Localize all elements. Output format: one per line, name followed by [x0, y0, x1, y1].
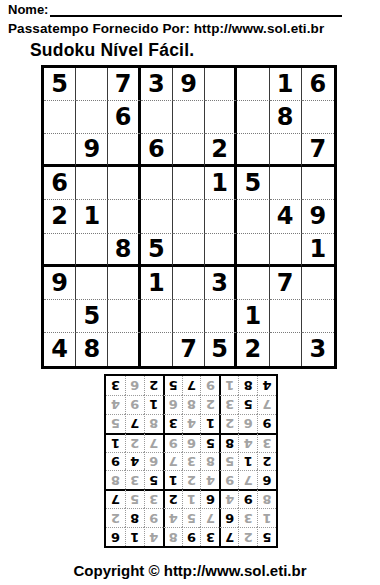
solution-cell-r3c8: 5	[125, 489, 144, 508]
solution-cell-r7c3: 2	[219, 414, 238, 433]
solution-cell-r9c1: 4	[257, 376, 276, 395]
cell-r3c7[interactable]	[237, 134, 269, 167]
cell-r8c3[interactable]	[108, 300, 140, 333]
cell-r3c6: 2	[205, 134, 237, 167]
solution-cell-r7c1: 9	[257, 414, 276, 433]
cell-r7c8: 7	[270, 267, 302, 300]
solution-cell-r2c9: 2	[106, 508, 125, 527]
cell-r7c3[interactable]	[108, 267, 140, 300]
solution-cell-r8c8: 9	[125, 395, 144, 414]
cell-r6c3: 8	[108, 234, 140, 267]
cell-r6c5[interactable]	[173, 234, 205, 267]
cell-r8c5[interactable]	[173, 300, 205, 333]
solution-cell-r5c3: 5	[219, 452, 238, 471]
cell-r6c7[interactable]	[237, 234, 269, 267]
cell-r5c4[interactable]	[141, 200, 173, 233]
cell-r5c3[interactable]	[108, 200, 140, 233]
solution-cell-r3c5: 1	[182, 489, 201, 508]
cell-r8c1[interactable]	[44, 300, 76, 333]
solution-cell-r8c4: 2	[200, 395, 219, 414]
cell-r2c5[interactable]	[173, 101, 205, 134]
solution-cell-r3c2: 9	[238, 489, 257, 508]
solution-cell-r5c6: 7	[163, 452, 182, 471]
cell-r3c9: 7	[302, 134, 334, 167]
solution-cell-r6c4: 5	[200, 433, 219, 452]
cell-r1c4: 3	[141, 68, 173, 101]
solution-cell-r9c5: 7	[182, 376, 201, 395]
cell-r4c1: 6	[44, 167, 76, 200]
name-label: Nome:	[8, 2, 48, 17]
cell-r6c2[interactable]	[76, 234, 108, 267]
solution-cell-r3c3: 4	[219, 489, 238, 508]
puzzle-grid: 5739166896276152149851913751487523	[41, 65, 337, 369]
sudoku-worksheet: Nome: Passatempo Fornecido Por: http://w…	[0, 0, 380, 585]
solution-cell-r5c5: 3	[182, 452, 201, 471]
solution-cell-r6c8: 2	[125, 433, 144, 452]
cell-r9c8[interactable]	[270, 333, 302, 366]
cell-r9c2: 8	[76, 333, 108, 366]
solution-cell-r5c1: 2	[257, 452, 276, 471]
solution-cell-r7c9: 5	[106, 414, 125, 433]
cell-r2c9[interactable]	[302, 101, 334, 134]
solution-cell-r9c7: 2	[144, 376, 163, 395]
solution-cell-r8c7: 1	[144, 395, 163, 414]
cell-r1c3: 7	[108, 68, 140, 101]
solution-cell-r8c5: 8	[182, 395, 201, 414]
cell-r6c8[interactable]	[270, 234, 302, 267]
cell-r7c7[interactable]	[237, 267, 269, 300]
solution-cell-r9c2: 8	[238, 376, 257, 395]
solution-cell-r4c2: 7	[238, 470, 257, 489]
solution-cell-r2c2: 3	[238, 508, 257, 527]
cell-r1c8: 1	[270, 68, 302, 101]
provider-line: Passatempo Fornecido Por: http://www.sol…	[8, 21, 378, 36]
solution-cell-r2c4: 7	[200, 508, 219, 527]
solution-cell-r8c9: 4	[106, 395, 125, 414]
cell-r9c4[interactable]	[141, 333, 173, 366]
solution-cell-r4c4: 4	[200, 470, 219, 489]
cell-r7c4: 1	[141, 267, 173, 300]
solution-cell-r7c7: 8	[144, 414, 163, 433]
solution-cell-r4c8: 3	[125, 470, 144, 489]
cell-r1c6[interactable]	[205, 68, 237, 101]
solution-cell-r7c2: 6	[238, 414, 257, 433]
cell-r6c6[interactable]	[205, 234, 237, 267]
cell-r3c3[interactable]	[108, 134, 140, 167]
cell-r7c6: 3	[205, 267, 237, 300]
cell-r5c5[interactable]	[173, 200, 205, 233]
solution-cell-r4c5: 2	[182, 470, 201, 489]
solution-cell-r4c9: 8	[106, 470, 125, 489]
cell-r5c8: 4	[270, 200, 302, 233]
cell-r7c1: 9	[44, 267, 76, 300]
cell-r2c8: 8	[270, 101, 302, 134]
solution-cell-r4c6: 1	[163, 470, 182, 489]
solution-cell-r4c7: 5	[144, 470, 163, 489]
copyright-line: Copyright © http://www.sol.eti.br	[0, 562, 380, 579]
solution-cell-r3c4: 6	[200, 489, 219, 508]
solution-cell-r9c6: 5	[163, 376, 182, 395]
cell-r1c1: 5	[44, 68, 76, 101]
cell-r9c5: 7	[173, 333, 205, 366]
cell-r2c4[interactable]	[141, 101, 173, 134]
solution-cell-r1c8: 1	[125, 527, 144, 546]
solution-cell-r1c6: 8	[163, 527, 182, 546]
solution-cell-r1c3: 7	[219, 527, 238, 546]
solution-cell-r6c2: 4	[238, 433, 257, 452]
solution-cell-r4c3: 9	[219, 470, 238, 489]
cell-r8c4[interactable]	[141, 300, 173, 333]
cell-r1c7[interactable]	[237, 68, 269, 101]
solution-cell-r8c6: 6	[163, 395, 182, 414]
solution-cell-r6c6: 9	[163, 433, 182, 452]
cell-r1c9: 6	[302, 68, 334, 101]
solution-cell-r5c8: 4	[125, 452, 144, 471]
cell-r6c9: 1	[302, 234, 334, 267]
cell-r9c1: 4	[44, 333, 76, 366]
cell-r2c7[interactable]	[237, 101, 269, 134]
solution-cell-r5c4: 8	[200, 452, 219, 471]
solution-cell-r7c6: 3	[163, 414, 182, 433]
solution-cell-r2c3: 6	[219, 508, 238, 527]
cell-r5c2: 1	[76, 200, 108, 233]
cell-r4c2[interactable]	[76, 167, 108, 200]
cell-r8c8[interactable]	[270, 300, 302, 333]
cell-r1c5: 9	[173, 68, 205, 101]
solution-cell-r6c7: 7	[144, 433, 163, 452]
solution-cell-r5c2: 1	[238, 452, 257, 471]
solution-cell-r2c8: 8	[125, 508, 144, 527]
cell-r9c7: 2	[237, 333, 269, 366]
solution-cell-r9c3: 1	[219, 376, 238, 395]
cell-r3c4: 6	[141, 134, 173, 167]
solution-grid-rotated: 5273984161367549828946123576794215382158…	[104, 374, 278, 548]
cell-r3c8[interactable]	[270, 134, 302, 167]
cell-r9c3[interactable]	[108, 333, 140, 366]
cell-r4c5[interactable]	[173, 167, 205, 200]
cell-r4c9[interactable]	[302, 167, 334, 200]
page-title: Sudoku Nível Fácil.	[30, 40, 194, 61]
solution-cell-r7c5: 4	[182, 414, 201, 433]
cell-r2c6[interactable]	[205, 101, 237, 134]
cell-r4c7: 5	[237, 167, 269, 200]
solution-cell-r9c9: 3	[106, 376, 125, 395]
cell-r3c2: 9	[76, 134, 108, 167]
solution-cell-r6c3: 8	[219, 433, 238, 452]
name-fill-line[interactable]	[50, 2, 342, 17]
solution-cell-r7c8: 7	[125, 414, 144, 433]
solution-cell-r2c1: 1	[257, 508, 276, 527]
cell-r7c2[interactable]	[76, 267, 108, 300]
cell-r2c2[interactable]	[76, 101, 108, 134]
cell-r7c5[interactable]	[173, 267, 205, 300]
cell-r8c6[interactable]	[205, 300, 237, 333]
cell-r9c6: 5	[205, 333, 237, 366]
name-row: Nome:	[8, 2, 342, 17]
solution-cell-r2c5: 5	[182, 508, 201, 527]
solution-cell-r3c7: 3	[144, 489, 163, 508]
solution-cell-r6c9: 1	[106, 433, 125, 452]
cell-r3c5[interactable]	[173, 134, 205, 167]
solution-cell-r1c4: 3	[200, 527, 219, 546]
cell-r8c9[interactable]	[302, 300, 334, 333]
solution-cell-r3c9: 7	[106, 489, 125, 508]
solution-cell-r1c5: 9	[182, 527, 201, 546]
solution-cell-r9c4: 9	[200, 376, 219, 395]
cell-r9c9: 3	[302, 333, 334, 366]
solution-cell-r8c2: 5	[238, 395, 257, 414]
cell-r5c7[interactable]	[237, 200, 269, 233]
solution-cell-r5c9: 9	[106, 452, 125, 471]
cell-r2c1[interactable]	[44, 101, 76, 134]
cell-r4c3[interactable]	[108, 167, 140, 200]
solution-cell-r5c7: 6	[144, 452, 163, 471]
cell-r5c6[interactable]	[205, 200, 237, 233]
solution-cell-r6c5: 6	[182, 433, 201, 452]
solution-cell-r2c7: 9	[144, 508, 163, 527]
solution-cell-r3c1: 8	[257, 489, 276, 508]
solution-cell-r3c6: 2	[163, 489, 182, 508]
solution-cell-r6c1: 3	[257, 433, 276, 452]
cell-r1c2[interactable]	[76, 68, 108, 101]
cell-r2c3: 6	[108, 101, 140, 134]
solution-cell-r4c1: 6	[257, 470, 276, 489]
cell-r4c4[interactable]	[141, 167, 173, 200]
solution-cell-r8c1: 7	[257, 395, 276, 414]
cell-r5c1: 2	[44, 200, 76, 233]
cell-r4c8[interactable]	[270, 167, 302, 200]
cell-r3c1[interactable]	[44, 134, 76, 167]
cell-r8c2: 5	[76, 300, 108, 333]
cell-r4c6: 1	[205, 167, 237, 200]
solution-cell-r2c6: 4	[163, 508, 182, 527]
cell-r6c1[interactable]	[44, 234, 76, 267]
solution-cell-r9c8: 6	[125, 376, 144, 395]
solution-cell-r1c2: 2	[238, 527, 257, 546]
solution-cell-r1c9: 6	[106, 527, 125, 546]
solution-cell-r1c1: 5	[257, 527, 276, 546]
cell-r8c7: 1	[237, 300, 269, 333]
cell-r5c9: 9	[302, 200, 334, 233]
cell-r7c9[interactable]	[302, 267, 334, 300]
solution-cell-r1c7: 4	[144, 527, 163, 546]
solution-cell-r8c3: 3	[219, 395, 238, 414]
solution-cell-r7c4: 1	[200, 414, 219, 433]
cell-r6c4: 5	[141, 234, 173, 267]
